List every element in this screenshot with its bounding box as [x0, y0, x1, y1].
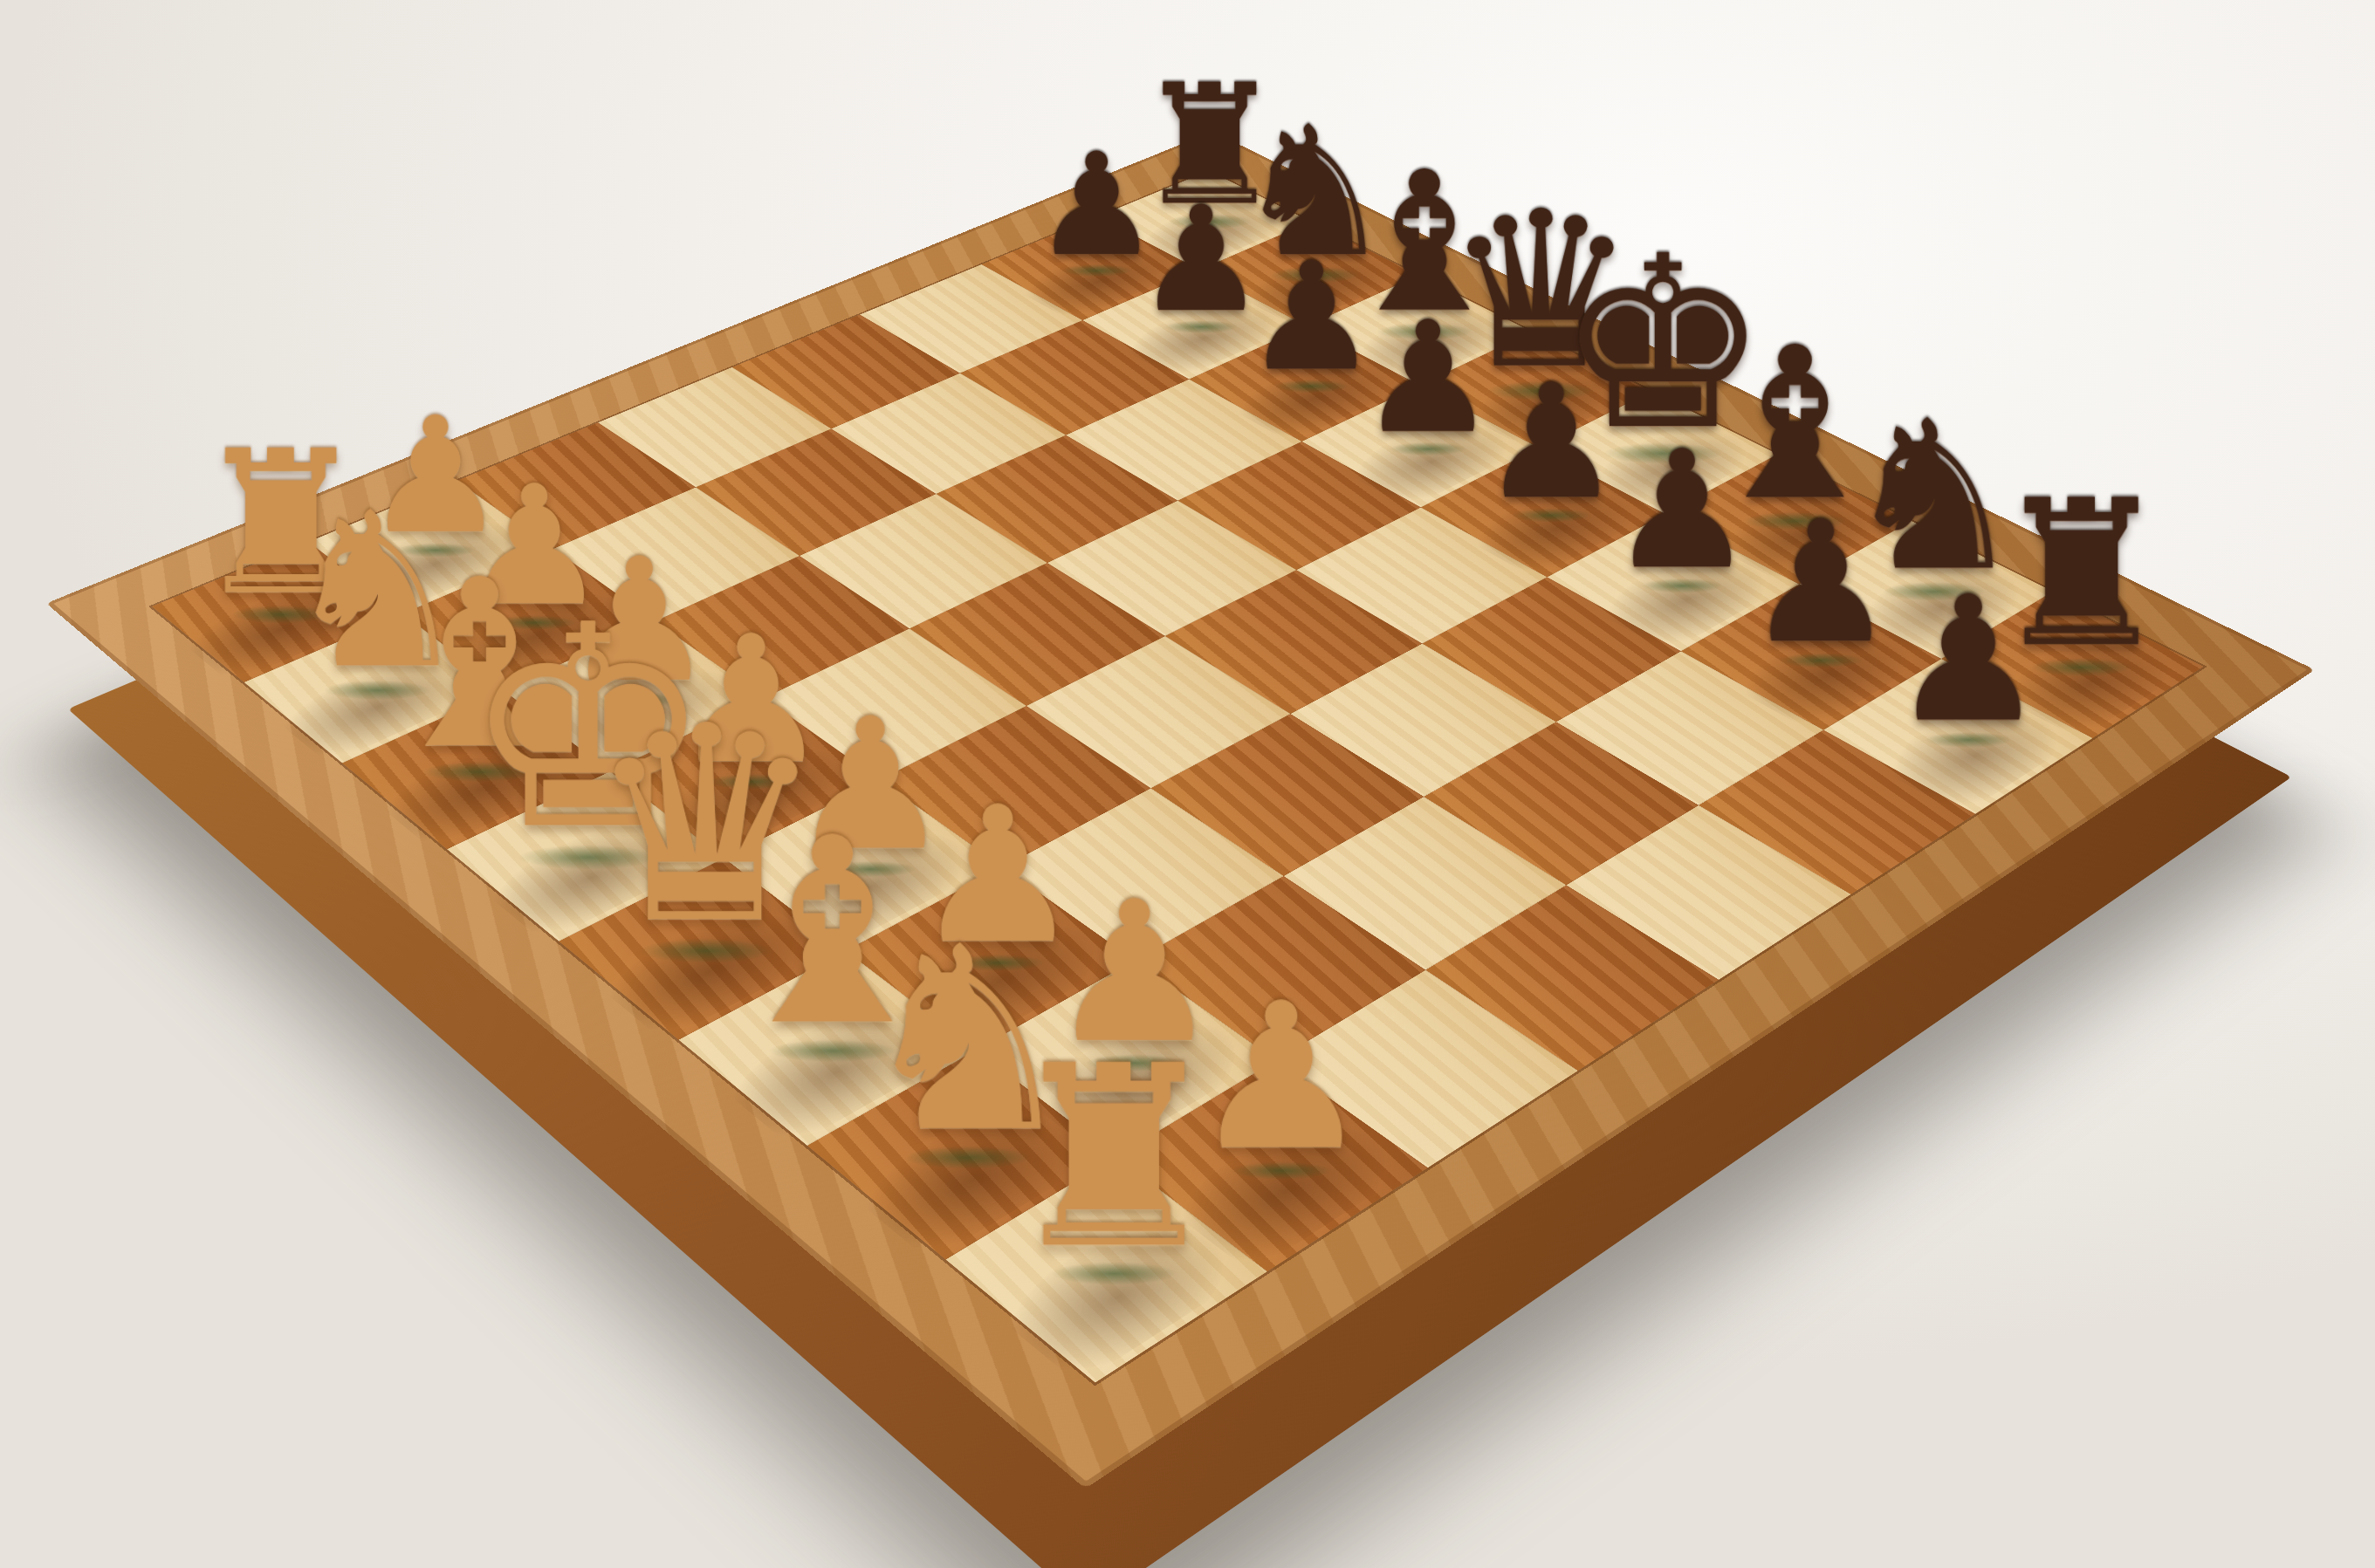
white-rook-glyph: ♜: [927, 1028, 1301, 1289]
photo-scene: ♜♟♟♜♞♟♟♞♝♟♟♝♚♟♟♛♛♟♟♚♝♟♟♝♞♟♟♞♜♟♟♜: [0, 0, 2375, 1568]
black-pawn-glyph: ♟: [1814, 570, 2124, 750]
square-h1: ♜: [946, 1157, 1267, 1383]
squares-grid: ♜♟♟♜♞♟♟♞♝♟♟♝♚♟♟♛♛♟♟♚♝♟♟♝♞♟♟♞♜♟♟♜: [152, 171, 2203, 1383]
chessboard: ♜♟♟♜♞♟♟♞♝♟♟♝♚♟♟♛♛♟♟♚♝♟♟♝♞♟♟♞♜♟♟♜: [46, 132, 2315, 1489]
